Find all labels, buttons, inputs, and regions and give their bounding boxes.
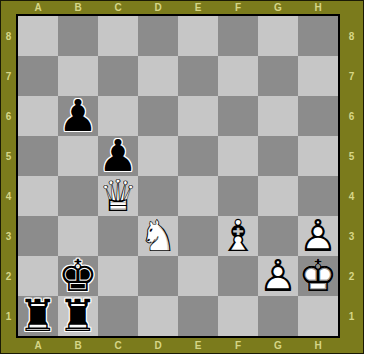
square-b5[interactable]	[58, 136, 98, 176]
file-label-top-d: D	[138, 1, 178, 14]
rank-label-left-7: 7	[1, 56, 16, 96]
file-label-top-h: H	[298, 1, 338, 14]
piece-white-king[interactable]: ♚♔	[298, 256, 338, 296]
file-label-bottom-g: G	[258, 338, 298, 353]
square-g4[interactable]	[258, 176, 298, 216]
rank-label-left-8: 8	[1, 16, 16, 56]
chess-board[interactable]: ♟♟♛♕♞♘♝♗♟♙♚♟♙♚♔♜♜	[18, 16, 338, 336]
square-h2[interactable]: ♚♔	[298, 256, 338, 296]
square-b6[interactable]: ♟	[58, 96, 98, 136]
square-d5[interactable]	[138, 136, 178, 176]
rank-label-right-8: 8	[340, 16, 363, 56]
square-e2[interactable]	[178, 256, 218, 296]
square-g5[interactable]	[258, 136, 298, 176]
file-label-top-a: A	[18, 1, 58, 14]
square-d7[interactable]	[138, 56, 178, 96]
square-a7[interactable]	[18, 56, 58, 96]
square-a1[interactable]: ♜	[18, 296, 58, 336]
square-d1[interactable]	[138, 296, 178, 336]
piece-black-rook[interactable]: ♜	[58, 296, 98, 336]
rank-label-right-1: 1	[340, 296, 363, 336]
square-c7[interactable]	[98, 56, 138, 96]
square-e5[interactable]	[178, 136, 218, 176]
square-f6[interactable]	[218, 96, 258, 136]
square-d3[interactable]: ♞♘	[138, 216, 178, 256]
square-h1[interactable]	[298, 296, 338, 336]
file-label-top-c: C	[98, 1, 138, 14]
square-d2[interactable]	[138, 256, 178, 296]
square-h6[interactable]	[298, 96, 338, 136]
square-b8[interactable]	[58, 16, 98, 56]
square-a5[interactable]	[18, 136, 58, 176]
square-a3[interactable]	[18, 216, 58, 256]
file-label-top-f: F	[218, 1, 258, 14]
piece-white-queen[interactable]: ♛♕	[98, 176, 138, 216]
rank-label-left-4: 4	[1, 176, 16, 216]
file-label-bottom-e: E	[178, 338, 218, 353]
rank-label-right-4: 4	[340, 176, 363, 216]
rank-label-left-1: 1	[1, 296, 16, 336]
square-e1[interactable]	[178, 296, 218, 336]
square-c4[interactable]: ♛♕	[98, 176, 138, 216]
square-f5[interactable]	[218, 136, 258, 176]
square-g1[interactable]	[258, 296, 298, 336]
file-label-top-e: E	[178, 1, 218, 14]
square-a6[interactable]	[18, 96, 58, 136]
square-d6[interactable]	[138, 96, 178, 136]
square-c2[interactable]	[98, 256, 138, 296]
square-e8[interactable]	[178, 16, 218, 56]
board-outline: ♟♟♛♕♞♘♝♗♟♙♚♟♙♚♔♜♜	[16, 14, 340, 338]
file-label-top-b: B	[58, 1, 98, 14]
square-g8[interactable]	[258, 16, 298, 56]
piece-white-knight[interactable]: ♞♘	[138, 216, 178, 256]
piece-black-pawn[interactable]: ♟	[58, 96, 98, 136]
rank-label-right-5: 5	[340, 136, 363, 176]
square-h5[interactable]	[298, 136, 338, 176]
square-e7[interactable]	[178, 56, 218, 96]
rank-label-right-6: 6	[340, 96, 363, 136]
square-f3[interactable]: ♝♗	[218, 216, 258, 256]
square-g6[interactable]	[258, 96, 298, 136]
rank-label-left-3: 3	[1, 216, 16, 256]
square-b1[interactable]: ♜	[58, 296, 98, 336]
file-label-bottom-d: D	[138, 338, 178, 353]
rank-label-left-2: 2	[1, 256, 16, 296]
rank-label-right-2: 2	[340, 256, 363, 296]
square-c8[interactable]	[98, 16, 138, 56]
piece-white-bishop[interactable]: ♝♗	[218, 216, 258, 256]
square-f2[interactable]	[218, 256, 258, 296]
square-e3[interactable]	[178, 216, 218, 256]
rank-label-right-3: 3	[340, 216, 363, 256]
square-c3[interactable]	[98, 216, 138, 256]
square-a4[interactable]	[18, 176, 58, 216]
square-g2[interactable]: ♟♙	[258, 256, 298, 296]
square-h7[interactable]	[298, 56, 338, 96]
rank-label-left-6: 6	[1, 96, 16, 136]
square-h8[interactable]	[298, 16, 338, 56]
square-g7[interactable]	[258, 56, 298, 96]
file-label-bottom-h: H	[298, 338, 338, 353]
file-label-bottom-c: C	[98, 338, 138, 353]
square-e4[interactable]	[178, 176, 218, 216]
square-f7[interactable]	[218, 56, 258, 96]
file-label-bottom-f: F	[218, 338, 258, 353]
square-e6[interactable]	[178, 96, 218, 136]
square-c1[interactable]	[98, 296, 138, 336]
rank-label-left-5: 5	[1, 136, 16, 176]
square-d8[interactable]	[138, 16, 178, 56]
square-a8[interactable]	[18, 16, 58, 56]
file-label-top-g: G	[258, 1, 298, 14]
piece-white-pawn[interactable]: ♟♙	[258, 256, 298, 296]
square-f1[interactable]	[218, 296, 258, 336]
chess-board-widget: ABCDEFGHABCDEFGH8765432187654321 ♟♟♛♕♞♘♝…	[0, 0, 366, 354]
square-b4[interactable]	[58, 176, 98, 216]
square-f8[interactable]	[218, 16, 258, 56]
piece-black-rook[interactable]: ♜	[18, 296, 58, 336]
rank-label-right-7: 7	[340, 56, 363, 96]
